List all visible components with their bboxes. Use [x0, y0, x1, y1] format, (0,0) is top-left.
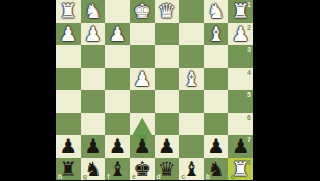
square-b7[interactable]: ♟: [204, 135, 229, 158]
square-f7[interactable]: ♟: [105, 135, 130, 158]
square-h4[interactable]: [56, 68, 81, 91]
square-b1[interactable]: ♞: [204, 0, 229, 23]
black-pawn[interactable]: ♟: [59, 136, 77, 156]
square-h1[interactable]: ♜: [56, 0, 81, 23]
square-d6[interactable]: [155, 113, 180, 136]
black-pawn[interactable]: ♟: [133, 136, 151, 156]
white-knight[interactable]: ♞: [207, 1, 225, 21]
square-g3[interactable]: [81, 45, 106, 68]
square-c3[interactable]: [179, 45, 204, 68]
square-f8[interactable]: ♝f: [105, 158, 130, 181]
square-c4[interactable]: ♝: [179, 68, 204, 91]
white-pawn[interactable]: ♟: [133, 69, 151, 89]
square-d5[interactable]: [155, 90, 180, 113]
square-c7[interactable]: [179, 135, 204, 158]
square-g2[interactable]: ♟: [81, 23, 106, 46]
square-a3[interactable]: 3: [228, 45, 253, 68]
square-b2[interactable]: ♝: [204, 23, 229, 46]
white-king[interactable]: ♚: [133, 1, 151, 21]
black-king[interactable]: ♚: [133, 159, 151, 179]
square-f2[interactable]: ♟: [105, 23, 130, 46]
black-pawn[interactable]: ♟: [109, 136, 127, 156]
square-c6[interactable]: [179, 113, 204, 136]
square-h7[interactable]: ♟: [56, 135, 81, 158]
square-f1[interactable]: [105, 0, 130, 23]
square-h8[interactable]: ♜h: [56, 158, 81, 181]
square-h6[interactable]: [56, 113, 81, 136]
square-e1[interactable]: ♚: [130, 0, 155, 23]
square-b5[interactable]: [204, 90, 229, 113]
video-frame: ♜♞♚♛♞♜1♟♟♟♝♟23♟♝456♟♟♟♟♟♟♟7♜h♞g♝f♚e♛d♝c♞…: [0, 0, 320, 180]
square-h5[interactable]: [56, 90, 81, 113]
square-b8[interactable]: ♞b: [204, 158, 229, 181]
square-h2[interactable]: ♟: [56, 23, 81, 46]
square-c1[interactable]: [179, 0, 204, 23]
file-label-f: f: [107, 173, 109, 180]
black-pawn[interactable]: ♟: [207, 136, 225, 156]
file-label-d: d: [157, 173, 161, 180]
square-d2[interactable]: [155, 23, 180, 46]
white-rook[interactable]: ♜: [59, 1, 77, 21]
white-pawn[interactable]: ♟: [84, 24, 102, 44]
square-c8[interactable]: ♝c: [179, 158, 204, 181]
rank-label-3: 3: [247, 46, 251, 53]
square-c2[interactable]: [179, 23, 204, 46]
rank-label-5: 5: [247, 91, 251, 98]
square-a6[interactable]: 6: [228, 113, 253, 136]
white-pawn[interactable]: ♟: [109, 24, 127, 44]
black-bishop[interactable]: ♝: [109, 159, 127, 179]
square-e7[interactable]: ♟: [130, 135, 155, 158]
chess-board[interactable]: ♜♞♚♛♞♜1♟♟♟♝♟23♟♝456♟♟♟♟♟♟♟7♜h♞g♝f♚e♛d♝c♞…: [56, 0, 253, 180]
file-label-g: g: [83, 173, 87, 180]
square-g6[interactable]: [81, 113, 106, 136]
rank-label-2: 2: [247, 24, 251, 31]
rank-label-8: 8: [247, 159, 251, 166]
square-f5[interactable]: [105, 90, 130, 113]
square-d3[interactable]: [155, 45, 180, 68]
square-g5[interactable]: [81, 90, 106, 113]
square-e5[interactable]: [130, 90, 155, 113]
square-g1[interactable]: ♞: [81, 0, 106, 23]
square-e6[interactable]: [130, 113, 155, 136]
square-d4[interactable]: [155, 68, 180, 91]
file-label-e: e: [132, 173, 136, 180]
square-a4[interactable]: 4: [228, 68, 253, 91]
square-a2[interactable]: ♟2: [228, 23, 253, 46]
letterbox-right: [253, 0, 320, 180]
white-queen[interactable]: ♛: [158, 1, 176, 21]
file-label-b: b: [206, 173, 210, 180]
square-g8[interactable]: ♞g: [81, 158, 106, 181]
black-pawn[interactable]: ♟: [84, 136, 102, 156]
square-f4[interactable]: [105, 68, 130, 91]
square-b4[interactable]: [204, 68, 229, 91]
square-a7[interactable]: ♟7: [228, 135, 253, 158]
square-e4[interactable]: ♟: [130, 68, 155, 91]
black-pawn[interactable]: ♟: [158, 136, 176, 156]
file-label-c: c: [181, 173, 185, 180]
square-a8[interactable]: ♜8a: [228, 158, 253, 181]
square-f6[interactable]: [105, 113, 130, 136]
square-b6[interactable]: [204, 113, 229, 136]
rank-label-1: 1: [247, 1, 251, 8]
square-h3[interactable]: [56, 45, 81, 68]
white-pawn[interactable]: ♟: [59, 24, 77, 44]
square-g7[interactable]: ♟: [81, 135, 106, 158]
square-e2[interactable]: [130, 23, 155, 46]
square-e8[interactable]: ♚e: [130, 158, 155, 181]
black-bishop[interactable]: ♝: [182, 159, 200, 179]
file-label-h: h: [58, 173, 62, 180]
file-label-a: a: [230, 173, 234, 180]
rank-label-7: 7: [247, 136, 251, 143]
square-c5[interactable]: [179, 90, 204, 113]
square-b3[interactable]: [204, 45, 229, 68]
rank-label-6: 6: [247, 114, 251, 121]
square-d8[interactable]: ♛d: [155, 158, 180, 181]
square-a1[interactable]: ♜1: [228, 0, 253, 23]
letterbox-left: [0, 0, 56, 180]
white-bishop[interactable]: ♝: [207, 24, 225, 44]
square-f3[interactable]: [105, 45, 130, 68]
square-g4[interactable]: [81, 68, 106, 91]
rank-label-4: 4: [247, 69, 251, 76]
white-bishop[interactable]: ♝: [182, 69, 200, 89]
square-d1[interactable]: ♛: [155, 0, 180, 23]
white-knight[interactable]: ♞: [84, 1, 102, 21]
square-d7[interactable]: ♟: [155, 135, 180, 158]
square-a5[interactable]: 5: [228, 90, 253, 113]
square-e3[interactable]: [130, 45, 155, 68]
